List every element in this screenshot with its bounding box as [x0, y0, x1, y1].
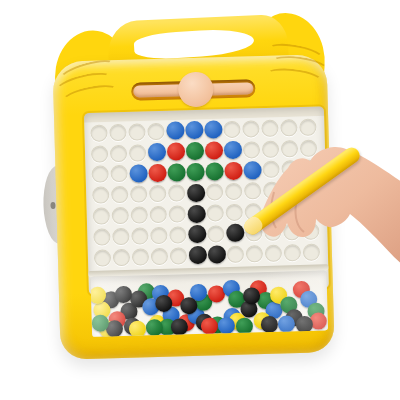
board-hole[interactable]: [112, 207, 129, 224]
board-hole[interactable]: [109, 124, 126, 141]
board-cell: [127, 121, 147, 142]
board-hole[interactable]: [226, 204, 243, 221]
board-cell: [225, 223, 245, 244]
board-bead-R[interactable]: [204, 141, 222, 159]
board-cell: [109, 143, 129, 164]
board-cell: [185, 141, 205, 162]
board-hole[interactable]: [129, 144, 146, 161]
board-bead-K[interactable]: [187, 204, 205, 222]
board-hole[interactable]: [91, 145, 108, 162]
board-hole[interactable]: [207, 225, 224, 242]
board-bead-K[interactable]: [186, 183, 204, 201]
board-hole[interactable]: [112, 228, 129, 245]
board-cell: [168, 224, 188, 245]
board-bead-B[interactable]: [129, 164, 147, 182]
tray-bead-Y[interactable]: [90, 286, 105, 303]
board-cell: [223, 139, 243, 160]
board-hole[interactable]: [150, 206, 167, 223]
board-bead-G[interactable]: [167, 163, 185, 181]
board-cell: [148, 183, 168, 204]
board-cell: [128, 142, 148, 163]
board-hole[interactable]: [93, 207, 110, 224]
board-cell: [111, 226, 131, 247]
tray-bead-Y[interactable]: [128, 320, 145, 337]
board-hole[interactable]: [113, 248, 130, 265]
tray-bead-G[interactable]: [235, 317, 252, 334]
tray-bead-G[interactable]: [145, 318, 162, 335]
board-hole[interactable]: [111, 186, 128, 203]
board-hole[interactable]: [150, 227, 167, 244]
board-cell: [110, 184, 130, 205]
tray-bead-B[interactable]: [277, 315, 294, 332]
board-hole[interactable]: [169, 226, 186, 243]
board-hole[interactable]: [151, 247, 168, 264]
tray-bead-K[interactable]: [170, 318, 187, 335]
board-cell: [92, 206, 112, 227]
board-cell: [205, 182, 225, 203]
board-cell: [187, 224, 207, 245]
board-hole[interactable]: [225, 183, 242, 200]
board-cell: [185, 161, 205, 182]
board-cell: [224, 181, 244, 202]
board-cell: [90, 164, 110, 185]
tray-bead-R[interactable]: [200, 317, 217, 334]
board-bead-R[interactable]: [166, 142, 184, 160]
board-hole[interactable]: [169, 205, 186, 222]
board-cell: [186, 182, 206, 203]
board-hole[interactable]: [110, 145, 127, 162]
tray-bead-K[interactable]: [295, 315, 312, 332]
board-cell: [167, 183, 187, 204]
board-cell: [186, 203, 206, 224]
board-cell: [222, 119, 242, 140]
board-bead-R[interactable]: [148, 164, 166, 182]
board-cell: [128, 163, 148, 184]
board-cell: [108, 122, 128, 143]
board-cell: [111, 205, 131, 226]
board-cell: [112, 247, 132, 268]
board-cell: [226, 243, 246, 264]
board-hole[interactable]: [131, 227, 148, 244]
board-hole[interactable]: [168, 185, 185, 202]
board-hole[interactable]: [147, 123, 164, 140]
board-bead-G[interactable]: [186, 163, 204, 181]
board-cell: [167, 203, 187, 224]
board-cell: [204, 161, 224, 182]
board-hole[interactable]: [128, 123, 145, 140]
board-hole[interactable]: [131, 206, 148, 223]
board-cell: [109, 163, 129, 184]
board-cell: [205, 202, 225, 223]
board-cell: [223, 160, 243, 181]
board-hole[interactable]: [94, 249, 111, 266]
tray-bead-K[interactable]: [155, 294, 172, 311]
board-hole[interactable]: [149, 185, 166, 202]
board-cell: [146, 121, 166, 142]
board-hole[interactable]: [130, 186, 147, 203]
board-cell: [93, 247, 113, 268]
tray-bead-B[interactable]: [217, 316, 234, 333]
board-bead-G[interactable]: [205, 162, 223, 180]
board-bead-K[interactable]: [188, 246, 206, 264]
board-cell: [131, 246, 151, 267]
tray-bead-K[interactable]: [180, 296, 197, 313]
board-cell: [89, 122, 109, 143]
board-hole[interactable]: [110, 165, 127, 182]
board-cell: [148, 204, 168, 225]
board-hole[interactable]: [93, 228, 110, 245]
board-hole[interactable]: [223, 121, 240, 138]
board-cell: [147, 142, 167, 163]
tray-bead-K[interactable]: [242, 287, 259, 304]
board-cell: [169, 245, 189, 266]
board-cell: [91, 185, 111, 206]
tray-bead-K[interactable]: [260, 315, 277, 332]
board-bead-B[interactable]: [147, 143, 165, 161]
board-cell: [166, 162, 186, 183]
bead-tray: [90, 270, 328, 337]
board-hole[interactable]: [206, 183, 223, 200]
board-cell: [130, 225, 150, 246]
board-cell: [165, 120, 185, 141]
board-hole[interactable]: [90, 124, 107, 141]
board-bead-R[interactable]: [224, 162, 242, 180]
board-bead-B[interactable]: [223, 141, 241, 159]
board-cell: [149, 225, 169, 246]
board-cell: [224, 202, 244, 223]
board-cell: [166, 141, 186, 162]
board-bead-G[interactable]: [185, 142, 203, 160]
board-bead-K[interactable]: [207, 245, 225, 263]
board-hole[interactable]: [132, 248, 149, 265]
board-cell: [207, 244, 227, 265]
board-cell: [204, 140, 224, 161]
board-hole[interactable]: [227, 245, 244, 262]
board-cell: [130, 204, 150, 225]
board-hole[interactable]: [91, 166, 108, 183]
board-cell: [90, 143, 110, 164]
board-cell: [188, 244, 208, 265]
product-photo: [0, 0, 400, 400]
board-cell: [184, 120, 204, 141]
board-cell: [129, 184, 149, 205]
board-hole[interactable]: [92, 187, 109, 204]
board-cell: [206, 223, 226, 244]
board-cell: [147, 162, 167, 183]
board-cell: [203, 119, 223, 140]
board-hole[interactable]: [207, 204, 224, 221]
tray-bead-G[interactable]: [91, 314, 108, 331]
tray-bead-K[interactable]: [114, 285, 131, 302]
board-cell: [92, 226, 112, 247]
board-cell: [150, 246, 170, 267]
board-hole[interactable]: [170, 247, 187, 264]
